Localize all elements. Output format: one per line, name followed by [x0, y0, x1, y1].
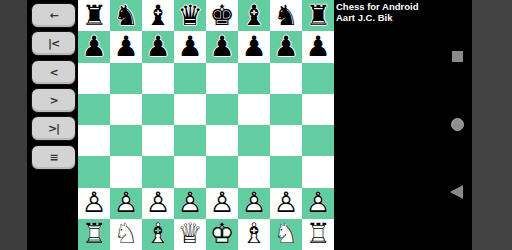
square-f3[interactable] [238, 156, 270, 187]
square-b4[interactable] [110, 125, 142, 156]
piece-black-knight: ♞ [113, 2, 138, 30]
square-e8[interactable]: ♚ [206, 0, 238, 31]
square-b8[interactable]: ♞ [110, 0, 142, 31]
square-f6[interactable] [238, 63, 270, 94]
square-h5[interactable] [302, 94, 334, 125]
square-d5[interactable] [174, 94, 206, 125]
square-h4[interactable] [302, 125, 334, 156]
square-g2[interactable]: ♟♙ [270, 188, 302, 219]
step-forward-icon: > [49, 95, 57, 106]
square-a8[interactable]: ♜ [78, 0, 110, 31]
piece-white-king: ♔ [209, 220, 234, 248]
square-d6[interactable] [174, 63, 206, 94]
square-g4[interactable] [270, 125, 302, 156]
piece-white-bishop: ♗ [145, 220, 170, 248]
left-letterbox [0, 0, 27, 250]
square-f8[interactable]: ♝ [238, 0, 270, 31]
square-b5[interactable] [110, 94, 142, 125]
app-title: Chess for Android [336, 1, 419, 12]
piece-white-rook: ♖ [305, 220, 330, 248]
right-letterbox [472, 0, 512, 250]
square-d3[interactable] [174, 156, 206, 187]
square-a6[interactable] [78, 63, 110, 94]
go-first-button[interactable]: |< [31, 31, 76, 56]
square-f4[interactable] [238, 125, 270, 156]
square-f7[interactable]: ♟ [238, 31, 270, 62]
square-g1[interactable]: ♞♘ [270, 219, 302, 250]
square-g7[interactable]: ♟ [270, 31, 302, 62]
square-e4[interactable] [206, 125, 238, 156]
hamburger-menu-icon: ≡ [49, 152, 57, 163]
piece-black-knight: ♞ [273, 2, 298, 30]
piece-black-bishop: ♝ [145, 2, 170, 30]
square-h3[interactable] [302, 156, 334, 187]
piece-white-pawn: ♙ [145, 189, 170, 217]
piece-white-rook: ♖ [81, 220, 106, 248]
square-b1[interactable]: ♞♘ [110, 219, 142, 250]
piece-black-pawn: ♟ [241, 33, 266, 61]
piece-white-knight: ♘ [273, 220, 298, 248]
square-a4[interactable] [78, 125, 110, 156]
piece-black-king: ♚ [209, 2, 234, 30]
square-a5[interactable] [78, 94, 110, 125]
skip-to-end-icon: >| [48, 123, 59, 134]
square-a1[interactable]: ♜♖ [78, 219, 110, 250]
piece-white-pawn: ♙ [305, 189, 330, 217]
go-last-button[interactable]: >| [31, 116, 76, 141]
square-c2[interactable]: ♟♙ [142, 188, 174, 219]
piece-black-pawn: ♟ [113, 33, 138, 61]
square-g8[interactable]: ♞ [270, 0, 302, 31]
piece-white-pawn: ♙ [113, 189, 138, 217]
square-f1[interactable]: ♝♗ [238, 219, 270, 250]
square-d4[interactable] [174, 125, 206, 156]
square-c1[interactable]: ♝♗ [142, 219, 174, 250]
piece-black-pawn: ♟ [177, 33, 202, 61]
square-h1[interactable]: ♜♖ [302, 219, 334, 250]
square-c5[interactable] [142, 94, 174, 125]
square-f2[interactable]: ♟♙ [238, 188, 270, 219]
square-h7[interactable]: ♟ [302, 31, 334, 62]
square-e5[interactable] [206, 94, 238, 125]
square-c3[interactable] [142, 156, 174, 187]
step-forward-button[interactable]: > [31, 88, 76, 113]
skip-to-start-icon: |< [48, 38, 59, 49]
app-title-block: Chess for Android Aart J.C. Bik [336, 1, 419, 23]
square-c6[interactable] [142, 63, 174, 94]
square-e1[interactable]: ♚♔ [206, 219, 238, 250]
step-back-button[interactable]: < [31, 60, 76, 85]
square-b2[interactable]: ♟♙ [110, 188, 142, 219]
square-e2[interactable]: ♟♙ [206, 188, 238, 219]
square-c8[interactable]: ♝ [142, 0, 174, 31]
square-g5[interactable] [270, 94, 302, 125]
android-home-button[interactable] [451, 118, 464, 131]
square-d2[interactable]: ♟♙ [174, 188, 206, 219]
piece-black-bishop: ♝ [241, 2, 266, 30]
undo-move-button[interactable]: ← [31, 3, 76, 28]
android-recents-button[interactable] [452, 51, 463, 62]
square-e6[interactable] [206, 63, 238, 94]
piece-white-bishop: ♗ [241, 220, 266, 248]
square-b7[interactable]: ♟ [110, 31, 142, 62]
square-c7[interactable]: ♟ [142, 31, 174, 62]
piece-white-pawn: ♙ [273, 189, 298, 217]
square-h2[interactable]: ♟♙ [302, 188, 334, 219]
square-e3[interactable] [206, 156, 238, 187]
piece-black-pawn: ♟ [81, 33, 106, 61]
square-c4[interactable] [142, 125, 174, 156]
step-back-icon: < [49, 67, 57, 78]
piece-white-pawn: ♙ [81, 189, 106, 217]
piece-black-pawn: ♟ [305, 33, 330, 61]
piece-white-pawn: ♙ [209, 189, 234, 217]
piece-white-pawn: ♙ [177, 189, 202, 217]
menu-button[interactable]: ≡ [31, 145, 76, 170]
square-d8[interactable]: ♛ [174, 0, 206, 31]
app-author: Aart J.C. Bik [336, 12, 419, 23]
square-e7[interactable]: ♟ [206, 31, 238, 62]
chess-board: ♜♞♝♛♚♝♞♜♟♟♟♟♟♟♟♟♟♙♟♙♟♙♟♙♟♙♟♙♟♙♟♙♜♖♞♘♝♗♛♕… [78, 0, 334, 250]
piece-white-knight: ♘ [113, 220, 138, 248]
square-d1[interactable]: ♛♕ [174, 219, 206, 250]
piece-white-queen: ♕ [177, 220, 202, 248]
square-h8[interactable]: ♜ [302, 0, 334, 31]
square-g3[interactable] [270, 156, 302, 187]
piece-black-pawn: ♟ [273, 33, 298, 61]
square-a3[interactable] [78, 156, 110, 187]
piece-black-rook: ♜ [305, 2, 330, 30]
piece-black-pawn: ♟ [209, 33, 234, 61]
piece-black-rook: ♜ [81, 2, 106, 30]
app-screen: ← |< < > >| ≡ ♜♞♝♛♚♝♞♜♟♟♟♟♟♟♟♟♟♙♟♙♟♙♟♙♟♙… [0, 0, 512, 250]
square-d7[interactable]: ♟ [174, 31, 206, 62]
left-arrow-icon: ← [49, 10, 57, 21]
square-f5[interactable] [238, 94, 270, 125]
square-b3[interactable] [110, 156, 142, 187]
square-a7[interactable]: ♟ [78, 31, 110, 62]
piece-black-queen: ♛ [177, 2, 202, 30]
square-a2[interactable]: ♟♙ [78, 188, 110, 219]
square-b6[interactable] [110, 63, 142, 94]
square-g6[interactable] [270, 63, 302, 94]
android-back-button[interactable] [450, 185, 463, 199]
piece-white-pawn: ♙ [241, 189, 266, 217]
piece-black-pawn: ♟ [145, 33, 170, 61]
square-h6[interactable] [302, 63, 334, 94]
